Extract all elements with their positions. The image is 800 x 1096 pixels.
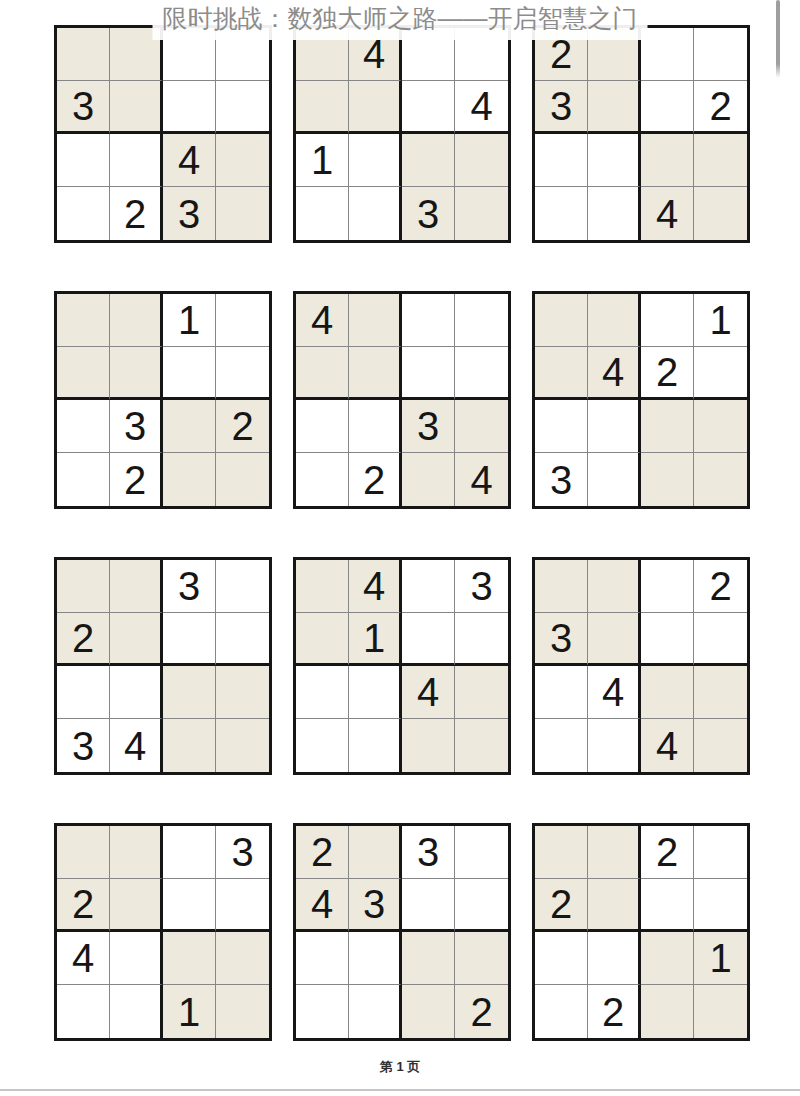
- board9-cell-r3c4: [694, 666, 747, 719]
- board5-cell-r4c3: [402, 453, 455, 506]
- board8-cell-r1c1: [296, 560, 349, 613]
- board5-cell-r2c3: [402, 347, 455, 400]
- board10-cell-r1c3: [163, 826, 216, 879]
- board4-cell-r3c3: [163, 400, 216, 453]
- board12-cell-r1c4: [694, 826, 747, 879]
- board2-cell-r4c4: [455, 187, 508, 240]
- board3-cell-r4c4: [694, 187, 747, 240]
- board3-cell-r1c4: [694, 28, 747, 81]
- board7-cell-r4c1: 3: [57, 719, 110, 772]
- board5-cell-r3c2: [349, 400, 402, 453]
- board9-cell-r3c2: 4: [588, 666, 641, 719]
- board12-cell-r2c3: [641, 879, 694, 932]
- board9-cell-r4c3: 4: [641, 719, 694, 772]
- board8-cell-r1c2: 4: [349, 560, 402, 613]
- puzzle-grid: 3423441323241322432414233234431423443241…: [54, 25, 750, 1041]
- board5-cell-r4c2: 2: [349, 453, 402, 506]
- board3-cell-r2c1: 3: [535, 81, 588, 134]
- board6-cell-r2c1: [535, 347, 588, 400]
- board5-cell-r3c4: [455, 400, 508, 453]
- board1-cell-r3c4: [216, 134, 269, 187]
- board9-cell-r1c2: [588, 560, 641, 613]
- board11-cell-r3c1: [296, 932, 349, 985]
- board7-cell-r3c4: [216, 666, 269, 719]
- board8-cell-r1c3: [402, 560, 455, 613]
- board2-cell-r4c1: [296, 187, 349, 240]
- board9-cell-r4c2: [588, 719, 641, 772]
- board5-cell-r1c2: [349, 294, 402, 347]
- board10-cell-r3c3: [163, 932, 216, 985]
- board12-cell-r3c3: [641, 932, 694, 985]
- board12-cell-r3c4: 1: [694, 932, 747, 985]
- board1-cell-r1c1: [57, 28, 110, 81]
- board5-cell-r2c4: [455, 347, 508, 400]
- board3-cell-r2c4: 2: [694, 81, 747, 134]
- worksheet-page: 限时挑战：数独大师之路——开启智慧之门 34234413232413224324…: [0, 0, 800, 1096]
- board9-cell-r3c3: [641, 666, 694, 719]
- board4-cell-r2c2: [110, 347, 163, 400]
- board9-cell-r2c1: 3: [535, 613, 588, 666]
- board1-cell-r4c2: 2: [110, 187, 163, 240]
- board9-cell-r1c4: 2: [694, 560, 747, 613]
- board6-cell-r1c1: [535, 294, 588, 347]
- board7-cell-r1c1: [57, 560, 110, 613]
- board1-cell-r4c4: [216, 187, 269, 240]
- board1-cell-r2c3: [163, 81, 216, 134]
- board2-cell-r2c3: [402, 81, 455, 134]
- board8-cell-r4c2: [349, 719, 402, 772]
- board7-cell-r4c4: [216, 719, 269, 772]
- board7-cell-r2c2: [110, 613, 163, 666]
- board2-cell-r3c2: [349, 134, 402, 187]
- board12-cell-r4c2: 2: [588, 985, 641, 1038]
- sudoku-board-6: 1423: [532, 291, 750, 509]
- board3-cell-r1c3: [641, 28, 694, 81]
- board8-cell-r4c4: [455, 719, 508, 772]
- board11-cell-r3c4: [455, 932, 508, 985]
- board10-cell-r1c1: [57, 826, 110, 879]
- board8-cell-r3c2: [349, 666, 402, 719]
- board3-cell-r3c2: [588, 134, 641, 187]
- sudoku-board-2: 4413: [293, 25, 511, 243]
- board10-cell-r4c3: 1: [163, 985, 216, 1038]
- sudoku-board-7: 3234: [54, 557, 272, 775]
- board6-cell-r4c2: [588, 453, 641, 506]
- board7-cell-r3c1: [57, 666, 110, 719]
- board6-cell-r2c2: 4: [588, 347, 641, 400]
- board12-cell-r1c1: [535, 826, 588, 879]
- board1-cell-r2c4: [216, 81, 269, 134]
- board8-cell-r3c3: 4: [402, 666, 455, 719]
- board11-cell-r1c2: [349, 826, 402, 879]
- board7-cell-r2c4: [216, 613, 269, 666]
- board2-cell-r3c4: [455, 134, 508, 187]
- board6-cell-r3c1: [535, 400, 588, 453]
- board3-cell-r4c1: [535, 187, 588, 240]
- board4-cell-r2c3: [163, 347, 216, 400]
- board8-cell-r4c3: [402, 719, 455, 772]
- board7-cell-r1c4: [216, 560, 269, 613]
- sudoku-board-12: 2212: [532, 823, 750, 1041]
- board2-cell-r2c2: [349, 81, 402, 134]
- board5-cell-r1c4: [455, 294, 508, 347]
- board2-cell-r4c3: 3: [402, 187, 455, 240]
- board2-cell-r3c1: 1: [296, 134, 349, 187]
- sudoku-board-4: 1322: [54, 291, 272, 509]
- board2-cell-r2c4: 4: [455, 81, 508, 134]
- board3-cell-r2c3: [641, 81, 694, 134]
- board4-cell-r1c2: [110, 294, 163, 347]
- board7-cell-r1c2: [110, 560, 163, 613]
- board9-cell-r4c1: [535, 719, 588, 772]
- board5-cell-r2c2: [349, 347, 402, 400]
- board8-cell-r2c2: 1: [349, 613, 402, 666]
- board10-cell-r2c3: [163, 879, 216, 932]
- board3-cell-r4c2: [588, 187, 641, 240]
- board12-cell-r2c1: 2: [535, 879, 588, 932]
- board10-cell-r1c4: 3: [216, 826, 269, 879]
- board8-cell-r2c4: [455, 613, 508, 666]
- board9-cell-r2c3: [641, 613, 694, 666]
- board6-cell-r4c1: 3: [535, 453, 588, 506]
- board9-cell-r1c1: [535, 560, 588, 613]
- board11-cell-r2c3: [402, 879, 455, 932]
- board4-cell-r4c4: [216, 453, 269, 506]
- board2-cell-r2c1: [296, 81, 349, 134]
- sudoku-board-1: 3423: [54, 25, 272, 243]
- board1-cell-r4c1: [57, 187, 110, 240]
- board4-cell-r4c1: [57, 453, 110, 506]
- board10-cell-r4c2: [110, 985, 163, 1038]
- board1-cell-r3c1: [57, 134, 110, 187]
- board12-cell-r3c2: [588, 932, 641, 985]
- board5-cell-r3c1: [296, 400, 349, 453]
- board11-cell-r4c1: [296, 985, 349, 1038]
- board8-cell-r4c1: [296, 719, 349, 772]
- board5-cell-r3c3: 3: [402, 400, 455, 453]
- board3-cell-r2c2: [588, 81, 641, 134]
- board4-cell-r2c4: [216, 347, 269, 400]
- board11-cell-r2c1: 4: [296, 879, 349, 932]
- board5-cell-r2c1: [296, 347, 349, 400]
- board10-cell-r1c2: [110, 826, 163, 879]
- board6-cell-r3c3: [641, 400, 694, 453]
- board3-cell-r4c3: 4: [641, 187, 694, 240]
- board1-cell-r3c3: 4: [163, 134, 216, 187]
- board8-cell-r3c1: [296, 666, 349, 719]
- board10-cell-r2c4: [216, 879, 269, 932]
- board3-cell-r3c1: [535, 134, 588, 187]
- board8-cell-r2c3: [402, 613, 455, 666]
- board1-cell-r3c2: [110, 134, 163, 187]
- board6-cell-r2c3: 2: [641, 347, 694, 400]
- board6-cell-r4c3: [641, 453, 694, 506]
- board6-cell-r4c4: [694, 453, 747, 506]
- board11-cell-r4c2: [349, 985, 402, 1038]
- sudoku-board-9: 2344: [532, 557, 750, 775]
- board7-cell-r4c2: 4: [110, 719, 163, 772]
- board10-cell-r2c1: 2: [57, 879, 110, 932]
- board4-cell-r3c2: 3: [110, 400, 163, 453]
- board5-cell-r4c4: 4: [455, 453, 508, 506]
- board12-cell-r4c4: [694, 985, 747, 1038]
- board9-cell-r2c2: [588, 613, 641, 666]
- board8-cell-r1c4: 3: [455, 560, 508, 613]
- board11-cell-r4c4: 2: [455, 985, 508, 1038]
- sudoku-board-3: 2324: [532, 25, 750, 243]
- sudoku-board-8: 4314: [293, 557, 511, 775]
- board3-cell-r3c4: [694, 134, 747, 187]
- board11-cell-r2c4: [455, 879, 508, 932]
- board8-cell-r2c1: [296, 613, 349, 666]
- board5-cell-r4c1: [296, 453, 349, 506]
- board6-cell-r3c4: [694, 400, 747, 453]
- board4-cell-r4c2: 2: [110, 453, 163, 506]
- board12-cell-r4c1: [535, 985, 588, 1038]
- board7-cell-r3c3: [163, 666, 216, 719]
- board6-cell-r1c3: [641, 294, 694, 347]
- board12-cell-r2c4: [694, 879, 747, 932]
- board9-cell-r4c4: [694, 719, 747, 772]
- board9-cell-r1c3: [641, 560, 694, 613]
- board4-cell-r1c3: 1: [163, 294, 216, 347]
- board7-cell-r3c2: [110, 666, 163, 719]
- board10-cell-r4c4: [216, 985, 269, 1038]
- board12-cell-r1c3: 2: [641, 826, 694, 879]
- board11-cell-r1c1: 2: [296, 826, 349, 879]
- board9-cell-r2c4: [694, 613, 747, 666]
- board3-cell-r3c3: [641, 134, 694, 187]
- page-number: 第 1 页: [0, 1058, 800, 1076]
- page-title: 限时挑战：数独大师之路——开启智慧之门: [153, 0, 648, 40]
- sudoku-board-11: 23432: [293, 823, 511, 1041]
- board4-cell-r2c1: [57, 347, 110, 400]
- board5-cell-r1c3: [402, 294, 455, 347]
- board11-cell-r2c2: 3: [349, 879, 402, 932]
- board7-cell-r2c1: 2: [57, 613, 110, 666]
- board11-cell-r3c2: [349, 932, 402, 985]
- board2-cell-r4c2: [349, 187, 402, 240]
- board10-cell-r2c2: [110, 879, 163, 932]
- board7-cell-r2c3: [163, 613, 216, 666]
- scrollbar-thumb[interactable]: [776, 0, 780, 78]
- board12-cell-r2c2: [588, 879, 641, 932]
- board10-cell-r4c1: [57, 985, 110, 1038]
- board5-cell-r1c1: 4: [296, 294, 349, 347]
- board11-cell-r1c3: 3: [402, 826, 455, 879]
- page-bottom-divider: [0, 1089, 800, 1091]
- board9-cell-r3c1: [535, 666, 588, 719]
- board11-cell-r4c3: [402, 985, 455, 1038]
- board4-cell-r4c3: [163, 453, 216, 506]
- board4-cell-r1c1: [57, 294, 110, 347]
- board6-cell-r1c4: 1: [694, 294, 747, 347]
- board1-cell-r2c1: 3: [57, 81, 110, 134]
- board10-cell-r3c4: [216, 932, 269, 985]
- sudoku-board-10: 3241: [54, 823, 272, 1041]
- board10-cell-r3c1: 4: [57, 932, 110, 985]
- board2-cell-r3c3: [402, 134, 455, 187]
- board12-cell-r3c1: [535, 932, 588, 985]
- board6-cell-r1c2: [588, 294, 641, 347]
- board6-cell-r3c2: [588, 400, 641, 453]
- sudoku-board-5: 4324: [293, 291, 511, 509]
- board4-cell-r3c1: [57, 400, 110, 453]
- board4-cell-r3c4: 2: [216, 400, 269, 453]
- board7-cell-r1c3: 3: [163, 560, 216, 613]
- board10-cell-r3c2: [110, 932, 163, 985]
- board11-cell-r1c4: [455, 826, 508, 879]
- board8-cell-r3c4: [455, 666, 508, 719]
- board7-cell-r4c3: [163, 719, 216, 772]
- board1-cell-r4c3: 3: [163, 187, 216, 240]
- board12-cell-r4c3: [641, 985, 694, 1038]
- board1-cell-r2c2: [110, 81, 163, 134]
- board12-cell-r1c2: [588, 826, 641, 879]
- board11-cell-r3c3: [402, 932, 455, 985]
- board4-cell-r1c4: [216, 294, 269, 347]
- board6-cell-r2c4: [694, 347, 747, 400]
